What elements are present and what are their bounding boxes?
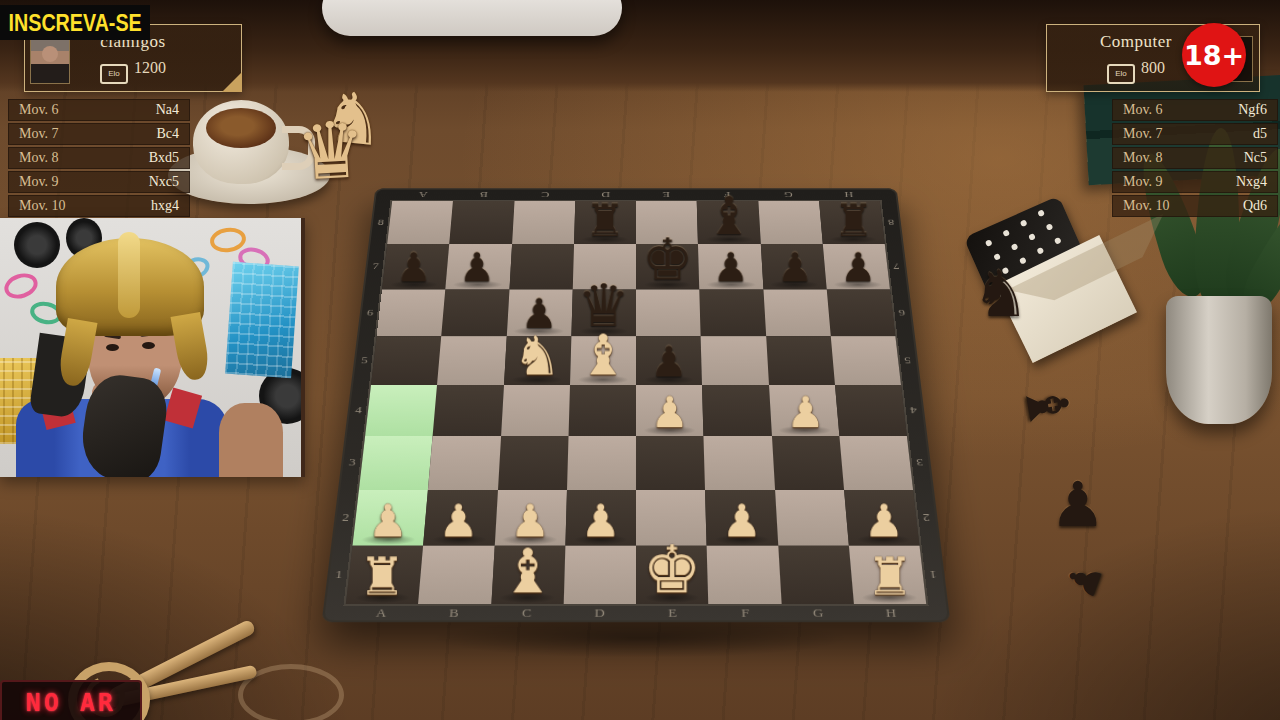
move-number-label: Mov. 6 bbox=[19, 102, 59, 118]
pillow bbox=[322, 0, 622, 36]
white-player-rating: Elo1200 bbox=[25, 59, 241, 84]
square-b3[interactable] bbox=[428, 436, 500, 489]
square-b7[interactable]: ♟ bbox=[446, 244, 512, 289]
square-a2[interactable]: ♟ bbox=[353, 490, 429, 546]
square-d1[interactable] bbox=[563, 545, 636, 604]
wall-decor bbox=[1, 269, 41, 302]
square-a1[interactable]: ♜ bbox=[346, 545, 424, 604]
black-pawn-f7[interactable]: ♟ bbox=[713, 248, 749, 288]
square-g3[interactable] bbox=[771, 436, 843, 489]
move-number-label: Mov. 6 bbox=[1123, 102, 1163, 118]
move-number-label: Mov. 9 bbox=[19, 174, 59, 190]
square-d2[interactable]: ♟ bbox=[565, 490, 636, 546]
move-number-label: Mov. 9 bbox=[1123, 174, 1163, 190]
square-e4[interactable]: ♟ bbox=[636, 385, 704, 436]
stage: ♞ ♛ ♞ ♝ ♟ ♟ ABCDEFGH ABCDEFGH 87654321 8… bbox=[0, 0, 1280, 720]
age-rating-badge: 18+ bbox=[1182, 23, 1246, 87]
decor-black-pawn-icon: ♟ bbox=[1050, 474, 1106, 536]
subscribe-banner[interactable]: INSCREVA-SE bbox=[0, 5, 150, 40]
square-c1[interactable]: ♝ bbox=[491, 545, 565, 604]
white-pawn-f2[interactable]: ♟ bbox=[722, 499, 762, 544]
square-c8[interactable] bbox=[512, 201, 575, 244]
shirt-strap bbox=[164, 388, 202, 429]
gloved-hand bbox=[77, 371, 171, 477]
square-b4[interactable] bbox=[433, 385, 504, 436]
file-label: E bbox=[636, 190, 697, 201]
move-row-white: Mov. 9Nxc5 bbox=[8, 171, 190, 193]
move-row-white: Mov. 6Na4 bbox=[8, 99, 190, 121]
person-arm bbox=[219, 403, 283, 477]
move-number-label: Mov. 7 bbox=[19, 126, 59, 142]
square-b2[interactable]: ♟ bbox=[423, 490, 497, 546]
square-h5[interactable] bbox=[831, 336, 901, 385]
square-a4[interactable] bbox=[365, 385, 437, 436]
decor-black-knight-icon: ♞ bbox=[972, 262, 1029, 326]
board-squares: ♜♝♜♟♟♚♟♟♟♟♛♞♝♟♟♟♟♟♟♟♟♟♜♝♚♜ bbox=[346, 201, 926, 604]
black-pawn-h7[interactable]: ♟ bbox=[840, 248, 876, 288]
square-e1[interactable]: ♚ bbox=[636, 545, 709, 604]
square-c5[interactable]: ♞ bbox=[504, 336, 572, 385]
square-b1[interactable] bbox=[418, 545, 494, 604]
move-number-label: Mov. 7 bbox=[1123, 126, 1163, 142]
rank-label: 5 bbox=[896, 336, 919, 385]
decor-black-bishop-icon: ♝ bbox=[1015, 376, 1079, 435]
move-san: Nc5 bbox=[1244, 150, 1267, 166]
white-king-e1[interactable]: ♚ bbox=[643, 537, 702, 603]
square-h2[interactable]: ♟ bbox=[844, 490, 920, 546]
square-g5[interactable] bbox=[766, 336, 835, 385]
square-a6[interactable] bbox=[377, 289, 446, 336]
move-san: Na4 bbox=[156, 102, 179, 118]
file-label: E bbox=[636, 605, 709, 620]
file-label: C bbox=[490, 605, 563, 620]
sequin-panel-blue bbox=[225, 262, 299, 378]
white-pawn-d2[interactable]: ♟ bbox=[580, 499, 620, 544]
square-b6[interactable] bbox=[441, 289, 509, 336]
move-number-label: Mov. 8 bbox=[1123, 150, 1163, 166]
white-pawn-b2[interactable]: ♟ bbox=[439, 499, 479, 544]
square-g6[interactable] bbox=[763, 289, 831, 336]
white-rook-h1[interactable]: ♜ bbox=[866, 550, 913, 603]
elo-rating-icon: Elo bbox=[1107, 64, 1135, 84]
file-labels-top: ABCDEFGH bbox=[392, 190, 879, 201]
black-rook-d8[interactable]: ♜ bbox=[585, 198, 625, 243]
captured-white-queen-icon: ♛ bbox=[294, 110, 368, 192]
square-g1[interactable] bbox=[778, 545, 854, 604]
file-label: D bbox=[575, 190, 636, 201]
file-label: H bbox=[854, 605, 928, 620]
file-label: C bbox=[514, 190, 575, 201]
on-air-badge: NO AR bbox=[0, 680, 142, 720]
move-list-black: Mov. 6Ngf6Mov. 7d5Mov. 8Nc5Mov. 9Nxg4Mov… bbox=[1112, 99, 1278, 219]
square-f1[interactable] bbox=[707, 545, 781, 604]
file-label: G bbox=[781, 605, 855, 620]
square-a7[interactable]: ♟ bbox=[382, 244, 449, 289]
file-label: G bbox=[757, 190, 819, 201]
white-rook-a1[interactable]: ♜ bbox=[359, 550, 406, 603]
decor-black-pawn-icon: ♟ bbox=[1059, 556, 1109, 603]
square-g8[interactable] bbox=[758, 201, 823, 244]
move-row-black: Mov. 7d5 bbox=[1112, 123, 1278, 145]
square-h8[interactable]: ♜ bbox=[819, 201, 885, 244]
file-label: F bbox=[709, 605, 782, 620]
square-f8[interactable]: ♝ bbox=[697, 201, 760, 244]
square-e7[interactable]: ♚ bbox=[636, 244, 699, 289]
square-f3[interactable] bbox=[704, 436, 775, 489]
black-rook-h8[interactable]: ♜ bbox=[833, 198, 873, 243]
move-san: Nxg4 bbox=[1236, 174, 1267, 190]
vinyl-record-icon bbox=[14, 222, 60, 268]
move-san: Bc4 bbox=[156, 126, 179, 142]
square-f6[interactable] bbox=[699, 289, 765, 336]
move-number-label: Mov. 10 bbox=[19, 198, 66, 214]
move-san: Bxd5 bbox=[149, 150, 179, 166]
file-label: A bbox=[392, 190, 454, 201]
square-e5[interactable]: ♟ bbox=[636, 336, 702, 385]
square-h1[interactable]: ♜ bbox=[849, 545, 927, 604]
square-a5[interactable] bbox=[371, 336, 441, 385]
white-pawn-g4[interactable]: ♟ bbox=[786, 392, 824, 435]
move-san: d5 bbox=[1253, 126, 1267, 142]
square-a8[interactable] bbox=[387, 201, 453, 244]
black-pawn-e5[interactable]: ♟ bbox=[650, 342, 688, 384]
square-b8[interactable] bbox=[449, 201, 514, 244]
elo-rating-icon: Elo bbox=[100, 64, 128, 84]
square-a3[interactable] bbox=[359, 436, 433, 489]
square-g2[interactable] bbox=[775, 490, 849, 546]
square-f2[interactable]: ♟ bbox=[705, 490, 777, 546]
move-row-white: Mov. 8Bxd5 bbox=[8, 147, 190, 169]
webcam-overlay bbox=[0, 218, 305, 477]
square-d5[interactable]: ♝ bbox=[570, 336, 636, 385]
black-king-e7[interactable]: ♚ bbox=[642, 230, 694, 287]
file-label: F bbox=[697, 190, 758, 201]
square-d8[interactable]: ♜ bbox=[574, 201, 636, 244]
move-san: hxg4 bbox=[151, 198, 179, 214]
move-row-white: Mov. 7Bc4 bbox=[8, 123, 190, 145]
square-f4[interactable] bbox=[702, 385, 771, 436]
white-pawn-h2[interactable]: ♟ bbox=[864, 499, 904, 544]
square-h4[interactable] bbox=[835, 385, 907, 436]
move-row-black: Mov. 9Nxg4 bbox=[1112, 171, 1278, 193]
square-c3[interactable] bbox=[497, 436, 568, 489]
square-c7[interactable] bbox=[509, 244, 574, 289]
black-pawn-a7[interactable]: ♟ bbox=[396, 248, 432, 288]
move-row-black: Mov. 10Qd6 bbox=[1112, 195, 1278, 217]
square-g4[interactable]: ♟ bbox=[769, 385, 840, 436]
file-labels-bottom: ABCDEFGH bbox=[344, 605, 928, 620]
panel-corner-fold bbox=[222, 72, 242, 92]
file-label: D bbox=[563, 605, 636, 620]
move-san: Qd6 bbox=[1243, 198, 1267, 214]
square-d4[interactable] bbox=[568, 385, 636, 436]
white-bishop-c1[interactable]: ♝ bbox=[500, 541, 555, 602]
move-row-black: Mov. 8Nc5 bbox=[1112, 147, 1278, 169]
square-e6[interactable] bbox=[636, 289, 701, 336]
white-pawn-a2[interactable]: ♟ bbox=[368, 499, 408, 544]
black-pawn-g7[interactable]: ♟ bbox=[777, 248, 813, 288]
chess-board: ABCDEFGH ABCDEFGH 87654321 87654321 ♜♝♜♟… bbox=[322, 188, 951, 622]
square-h6[interactable] bbox=[826, 289, 895, 336]
square-e3[interactable] bbox=[636, 436, 705, 489]
square-c4[interactable] bbox=[501, 385, 570, 436]
rank-label: 5 bbox=[353, 336, 376, 385]
white-pawn-e4[interactable]: ♟ bbox=[651, 392, 689, 435]
square-h7[interactable]: ♟ bbox=[823, 244, 890, 289]
square-d3[interactable] bbox=[567, 436, 636, 489]
file-label: H bbox=[818, 190, 880, 201]
square-h3[interactable] bbox=[839, 436, 913, 489]
square-f5[interactable] bbox=[701, 336, 769, 385]
move-san: Nxc5 bbox=[149, 174, 179, 190]
white-knight-c5[interactable]: ♞ bbox=[512, 330, 560, 384]
coffee-surface bbox=[206, 108, 276, 148]
square-f7[interactable]: ♟ bbox=[698, 244, 763, 289]
move-number-label: Mov. 8 bbox=[19, 150, 59, 166]
file-label: B bbox=[453, 190, 515, 201]
move-san: Ngf6 bbox=[1238, 102, 1267, 118]
white-bishop-d5[interactable]: ♝ bbox=[578, 328, 628, 384]
move-row-black: Mov. 6Ngf6 bbox=[1112, 99, 1278, 121]
square-b5[interactable] bbox=[437, 336, 506, 385]
move-list-white: Mov. 6Na4Mov. 7Bc4Mov. 8Bxd5Mov. 9Nxc5Mo… bbox=[8, 99, 190, 219]
board-shadow bbox=[430, 618, 850, 658]
move-row-white: Mov. 10hxg4 bbox=[8, 195, 190, 217]
file-label: A bbox=[344, 605, 418, 620]
black-pawn-b7[interactable]: ♟ bbox=[459, 248, 495, 288]
file-label: B bbox=[417, 605, 491, 620]
plant-pot bbox=[1166, 296, 1272, 424]
square-g7[interactable]: ♟ bbox=[760, 244, 826, 289]
move-number-label: Mov. 10 bbox=[1123, 198, 1170, 214]
